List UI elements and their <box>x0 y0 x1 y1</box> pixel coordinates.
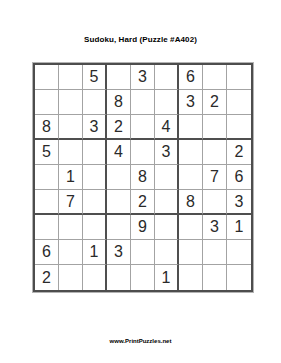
given-digit: 3 <box>138 69 147 85</box>
cell-r5c1[interactable] <box>35 165 59 190</box>
cell-r5c8[interactable]: 7 <box>203 165 227 190</box>
cell-r8c1[interactable]: 6 <box>35 240 59 265</box>
cell-r5c7[interactable] <box>179 165 203 190</box>
given-digit: 3 <box>235 194 244 210</box>
cell-r9c8[interactable] <box>203 265 227 290</box>
cell-r4c9[interactable]: 2 <box>227 140 251 165</box>
cell-r8c6[interactable] <box>155 240 179 265</box>
cell-r8c8[interactable] <box>203 240 227 265</box>
cell-r3c1[interactable]: 8 <box>35 115 59 140</box>
cell-r5c6[interactable] <box>155 165 179 190</box>
cell-r9c6[interactable]: 1 <box>155 265 179 290</box>
cell-r3c9[interactable] <box>227 115 251 140</box>
given-digit: 5 <box>90 69 99 85</box>
cell-r3c3[interactable]: 3 <box>83 115 107 140</box>
cell-r3c5[interactable] <box>131 115 155 140</box>
given-digit: 3 <box>186 94 195 110</box>
cell-r4c5[interactable] <box>131 140 155 165</box>
cell-r2c3[interactable] <box>83 90 107 115</box>
given-digit: 2 <box>210 94 219 110</box>
cell-r5c3[interactable] <box>83 165 107 190</box>
cell-r3c7[interactable] <box>179 115 203 140</box>
cell-r9c2[interactable] <box>59 265 83 290</box>
cell-r3c2[interactable] <box>59 115 83 140</box>
given-digit: 8 <box>138 169 147 185</box>
cell-r9c7[interactable] <box>179 265 203 290</box>
cell-r4c4[interactable]: 4 <box>107 140 131 165</box>
given-digit: 3 <box>210 219 219 235</box>
cell-r6c5[interactable]: 2 <box>131 190 155 215</box>
cell-r6c1[interactable] <box>35 190 59 215</box>
cell-r3c8[interactable] <box>203 115 227 140</box>
cell-r7c8[interactable]: 3 <box>203 215 227 240</box>
footer-url: www.PrintPuzzles.net <box>0 338 281 344</box>
cell-r7c4[interactable] <box>107 215 131 240</box>
given-digit: 2 <box>42 270 51 286</box>
cell-r8c7[interactable] <box>179 240 203 265</box>
cell-r7c6[interactable] <box>155 215 179 240</box>
cell-r2c4[interactable]: 8 <box>107 90 131 115</box>
given-digit: 1 <box>162 270 171 286</box>
given-digit: 2 <box>114 119 123 135</box>
given-digit: 8 <box>114 94 123 110</box>
given-digit: 8 <box>186 194 195 210</box>
cell-r7c1[interactable] <box>35 215 59 240</box>
cell-r1c1[interactable] <box>35 65 59 90</box>
cell-r2c7[interactable]: 3 <box>179 90 203 115</box>
cell-r6c7[interactable]: 8 <box>179 190 203 215</box>
cell-r9c9[interactable] <box>227 265 251 290</box>
cell-r6c8[interactable] <box>203 190 227 215</box>
cell-r5c9[interactable]: 6 <box>227 165 251 190</box>
given-digit: 7 <box>210 169 219 185</box>
given-digit: 3 <box>114 244 123 260</box>
cell-r3c6[interactable]: 4 <box>155 115 179 140</box>
cell-r6c3[interactable] <box>83 190 107 215</box>
cell-r2c6[interactable] <box>155 90 179 115</box>
cell-r2c5[interactable] <box>131 90 155 115</box>
cell-r5c5[interactable]: 8 <box>131 165 155 190</box>
cell-r7c5[interactable]: 9 <box>131 215 155 240</box>
cell-r9c4[interactable] <box>107 265 131 290</box>
cell-r8c3[interactable]: 1 <box>83 240 107 265</box>
sudoku-board: 536832832454321876728393161321 <box>33 63 253 292</box>
given-digit: 8 <box>42 119 51 135</box>
cell-r8c9[interactable] <box>227 240 251 265</box>
puzzle-title: Sudoku, Hard (Puzzle #A402) <box>0 35 281 44</box>
cell-r1c4[interactable] <box>107 65 131 90</box>
given-digit: 6 <box>186 69 195 85</box>
cell-r1c6[interactable] <box>155 65 179 90</box>
cell-r6c9[interactable]: 3 <box>227 190 251 215</box>
cell-r4c6[interactable]: 3 <box>155 140 179 165</box>
given-digit: 5 <box>42 144 51 160</box>
cell-r1c8[interactable] <box>203 65 227 90</box>
given-digit: 1 <box>90 244 99 260</box>
cell-r1c9[interactable] <box>227 65 251 90</box>
cell-r4c3[interactable] <box>83 140 107 165</box>
given-digit: 6 <box>42 244 51 260</box>
given-digit: 3 <box>90 119 99 135</box>
cell-r9c3[interactable] <box>83 265 107 290</box>
cell-r3c4[interactable]: 2 <box>107 115 131 140</box>
puzzle-page: Sudoku, Hard (Puzzle #A402) 536832832454… <box>0 0 281 363</box>
cell-r8c2[interactable] <box>59 240 83 265</box>
cell-r1c7[interactable]: 6 <box>179 65 203 90</box>
cell-r9c5[interactable] <box>131 265 155 290</box>
given-digit: 7 <box>66 194 75 210</box>
cell-r7c9[interactable]: 1 <box>227 215 251 240</box>
cell-r6c2[interactable]: 7 <box>59 190 83 215</box>
cell-r1c2[interactable] <box>59 65 83 90</box>
cell-r4c2[interactable] <box>59 140 83 165</box>
given-digit: 6 <box>235 169 244 185</box>
cell-r7c7[interactable] <box>179 215 203 240</box>
cell-r1c5[interactable]: 3 <box>131 65 155 90</box>
cell-r8c4[interactable]: 3 <box>107 240 131 265</box>
given-digit: 4 <box>162 119 171 135</box>
given-digit: 1 <box>66 169 75 185</box>
cell-r2c8[interactable]: 2 <box>203 90 227 115</box>
cell-r4c1[interactable]: 5 <box>35 140 59 165</box>
given-digit: 1 <box>235 219 244 235</box>
given-digit: 3 <box>162 144 171 160</box>
cell-r4c8[interactable] <box>203 140 227 165</box>
cell-r5c4[interactable] <box>107 165 131 190</box>
given-digit: 9 <box>138 219 147 235</box>
cell-r4c7[interactable] <box>179 140 203 165</box>
cell-r2c1[interactable] <box>35 90 59 115</box>
cell-r1c3[interactable]: 5 <box>83 65 107 90</box>
given-digit: 4 <box>114 144 123 160</box>
cell-r2c9[interactable] <box>227 90 251 115</box>
cell-r7c2[interactable] <box>59 215 83 240</box>
cell-r2c2[interactable] <box>59 90 83 115</box>
given-digit: 2 <box>138 194 147 210</box>
cell-r9c1[interactable]: 2 <box>35 265 59 290</box>
cell-r6c6[interactable] <box>155 190 179 215</box>
cell-r5c2[interactable]: 1 <box>59 165 83 190</box>
cell-r8c5[interactable] <box>131 240 155 265</box>
cell-r6c4[interactable] <box>107 190 131 215</box>
given-digit: 2 <box>235 144 244 160</box>
cell-r7c3[interactable] <box>83 215 107 240</box>
